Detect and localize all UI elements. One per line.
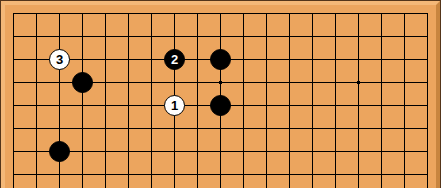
board-edge-stub [71,186,94,188]
board-intersection[interactable] [278,71,301,94]
board-intersection[interactable] [370,25,393,48]
board-intersection[interactable] [2,140,25,163]
board-intersection[interactable] [370,163,393,186]
board-intersection[interactable] [94,48,117,71]
board-intersection[interactable] [347,163,370,186]
board-intersection[interactable] [140,25,163,48]
board-intersection[interactable] [186,94,209,117]
board-edge-stub [48,186,71,188]
board-edge-stub [186,186,209,188]
board-intersection[interactable] [140,94,163,117]
board-intersection[interactable] [48,25,71,48]
board-intersection[interactable] [278,140,301,163]
board-intersection[interactable] [94,163,117,186]
white-stone-move-3[interactable]: 3 [49,49,70,70]
board-intersection[interactable] [48,140,71,163]
board-intersection[interactable] [163,2,186,25]
board-intersection[interactable] [324,48,347,71]
board-intersection[interactable] [301,140,324,163]
board-intersection[interactable] [209,94,232,117]
board-intersection[interactable] [94,140,117,163]
board-intersection[interactable] [117,117,140,140]
board-intersection[interactable] [255,2,278,25]
black-stone[interactable] [210,49,231,70]
board-intersection[interactable] [232,117,255,140]
board-edge-stub [117,186,140,188]
board-intersection[interactable] [232,163,255,186]
board-intersection[interactable] [25,117,48,140]
board-intersection[interactable] [255,25,278,48]
board-intersection[interactable] [416,71,439,94]
board-intersection[interactable] [140,140,163,163]
board-intersection[interactable] [347,140,370,163]
board-intersection[interactable] [278,94,301,117]
board-intersection[interactable] [2,25,25,48]
board-intersection[interactable] [71,163,94,186]
board-intersection[interactable] [255,163,278,186]
white-stone-move-1[interactable]: 1 [164,95,185,116]
board-intersection[interactable] [232,2,255,25]
board-intersection[interactable] [393,2,416,25]
board-intersection[interactable] [71,48,94,71]
board-intersection[interactable] [370,71,393,94]
board-intersection[interactable] [416,117,439,140]
board-intersection[interactable] [186,140,209,163]
board-intersection[interactable] [255,94,278,117]
board-intersection[interactable] [140,48,163,71]
board-intersection[interactable] [324,117,347,140]
board-intersection[interactable] [278,25,301,48]
board-intersection[interactable] [393,163,416,186]
board-intersection[interactable] [94,71,117,94]
board-intersection[interactable] [393,94,416,117]
board-edge-stub [94,186,117,188]
board-intersection[interactable] [25,163,48,186]
board-intersection[interactable] [71,2,94,25]
black-stone[interactable] [72,72,93,93]
board-intersection[interactable] [255,48,278,71]
board-edge-stub [2,186,25,188]
board-intersection[interactable] [278,117,301,140]
board-intersection[interactable] [117,140,140,163]
board-intersection[interactable] [48,2,71,25]
star-point-icon [219,81,222,84]
board-intersection[interactable] [2,71,25,94]
board-intersection[interactable] [301,2,324,25]
board-intersection[interactable] [94,117,117,140]
board-intersection[interactable] [324,2,347,25]
board-intersection[interactable] [48,117,71,140]
board-intersection[interactable] [140,163,163,186]
black-stone[interactable] [49,141,70,162]
board-intersection[interactable] [370,140,393,163]
board-edge-stub [324,186,347,188]
board-intersection[interactable] [2,48,25,71]
board-intersection[interactable] [25,2,48,25]
board-intersection[interactable] [209,25,232,48]
board-edge-stub [393,186,416,188]
board-intersection[interactable] [163,117,186,140]
board-intersection[interactable] [255,140,278,163]
board-intersection[interactable] [347,94,370,117]
board-intersection[interactable] [232,140,255,163]
board-intersection[interactable] [393,48,416,71]
board-edge-stub [255,186,278,188]
board-intersection[interactable] [209,2,232,25]
board-intersection[interactable] [393,140,416,163]
board-edge-stub [416,186,439,188]
board-intersection[interactable] [416,48,439,71]
board-intersection[interactable] [117,94,140,117]
board-intersection[interactable]: 1 [163,94,186,117]
board-intersection[interactable] [25,94,48,117]
board-intersection[interactable]: 2 [163,48,186,71]
board-intersection[interactable] [232,25,255,48]
board-intersection[interactable] [2,94,25,117]
board-intersection[interactable] [140,2,163,25]
board-intersection[interactable] [255,117,278,140]
board-intersection[interactable] [209,117,232,140]
board-intersection[interactable] [393,71,416,94]
board-intersection[interactable] [71,71,94,94]
board-intersection[interactable] [48,163,71,186]
board-intersection[interactable] [163,140,186,163]
board-intersection[interactable] [186,25,209,48]
board-intersection[interactable] [209,71,232,94]
board-intersection[interactable] [416,140,439,163]
board-intersection[interactable] [255,71,278,94]
board-intersection[interactable] [370,117,393,140]
board-intersection[interactable] [117,48,140,71]
board-intersection[interactable] [232,71,255,94]
board-grid: 321 [2,2,439,188]
board-intersection[interactable] [416,94,439,117]
board-edge-stub [278,186,301,188]
board-intersection[interactable] [278,48,301,71]
board-intersection[interactable] [370,2,393,25]
board-intersection[interactable] [71,94,94,117]
board-intersection[interactable] [186,2,209,25]
board-intersection[interactable] [94,94,117,117]
board-intersection[interactable] [117,71,140,94]
go-board-diagram: 321 [0,0,441,188]
board-intersection[interactable] [324,140,347,163]
board-intersection[interactable] [94,25,117,48]
star-point-icon [357,81,360,84]
board-intersection[interactable] [416,2,439,25]
board-intersection[interactable] [301,48,324,71]
board-intersection[interactable] [301,25,324,48]
board-intersection[interactable] [209,140,232,163]
board-intersection[interactable] [48,94,71,117]
board-intersection[interactable] [117,2,140,25]
board-intersection[interactable] [117,25,140,48]
board-intersection[interactable] [278,163,301,186]
board-intersection[interactable] [117,163,140,186]
board-intersection[interactable] [48,71,71,94]
black-stone[interactable] [210,95,231,116]
board-intersection[interactable] [370,48,393,71]
board-edge-stub [140,186,163,188]
board-intersection[interactable] [209,163,232,186]
board-intersection[interactable] [301,94,324,117]
board-intersection[interactable] [2,117,25,140]
board-intersection[interactable] [163,25,186,48]
board-edge-stub [163,186,186,188]
board-intersection[interactable] [416,25,439,48]
board-intersection[interactable] [186,163,209,186]
board-intersection[interactable] [324,94,347,117]
board-intersection[interactable] [370,94,393,117]
board-intersection[interactable] [301,163,324,186]
board-intersection[interactable] [324,71,347,94]
board-intersection[interactable] [232,94,255,117]
board-intersection[interactable] [94,2,117,25]
board-intersection[interactable] [2,2,25,25]
board-edge-stub [209,186,232,188]
board-intersection[interactable] [186,71,209,94]
board-intersection[interactable] [347,48,370,71]
board-intersection[interactable] [186,117,209,140]
board-intersection[interactable] [2,163,25,186]
board-intersection[interactable] [278,2,301,25]
board-intersection[interactable] [347,2,370,25]
board-intersection[interactable] [232,48,255,71]
board-intersection[interactable] [393,25,416,48]
board-edge-stub [301,186,324,188]
board-intersection[interactable] [347,25,370,48]
board-intersection[interactable] [347,117,370,140]
board-intersection[interactable] [140,117,163,140]
board-intersection[interactable] [186,48,209,71]
board-intersection[interactable] [347,71,370,94]
board-intersection[interactable] [71,140,94,163]
board-edge-stub [232,186,255,188]
board-intersection[interactable] [71,25,94,48]
board-intersection[interactable] [25,48,48,71]
black-stone-move-2[interactable]: 2 [164,49,185,70]
board-intersection[interactable] [324,25,347,48]
board-intersection[interactable] [163,71,186,94]
board-intersection[interactable] [324,163,347,186]
board-intersection[interactable] [163,163,186,186]
board-intersection[interactable] [25,25,48,48]
board-intersection[interactable] [140,71,163,94]
board-intersection[interactable] [25,140,48,163]
board-intersection[interactable] [209,48,232,71]
board-intersection[interactable]: 3 [48,48,71,71]
board-intersection[interactable] [393,117,416,140]
board-intersection[interactable] [416,163,439,186]
board-intersection[interactable] [25,71,48,94]
board-intersection[interactable] [71,117,94,140]
board-edge-stub [370,186,393,188]
board-intersection[interactable] [301,117,324,140]
board-edge-stub [25,186,48,188]
board-intersection[interactable] [301,71,324,94]
board-edge-stub [347,186,370,188]
